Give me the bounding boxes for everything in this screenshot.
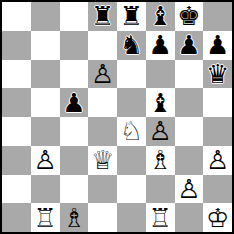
square-e2[interactable] bbox=[117, 175, 146, 204]
piece-white-king[interactable]: ♔ bbox=[206, 205, 229, 231]
square-c6[interactable] bbox=[60, 60, 89, 89]
square-f5[interactable]: ♝ bbox=[146, 88, 175, 117]
square-e4[interactable]: ♘ bbox=[117, 117, 146, 146]
square-h2[interactable] bbox=[203, 175, 232, 204]
square-b8[interactable] bbox=[31, 2, 60, 31]
square-a6[interactable] bbox=[2, 60, 31, 89]
square-h3[interactable]: ♙ bbox=[203, 146, 232, 175]
square-h4[interactable] bbox=[203, 117, 232, 146]
square-d7[interactable] bbox=[88, 31, 117, 60]
square-f4[interactable]: ♙ bbox=[146, 117, 175, 146]
square-f7[interactable]: ♟ bbox=[146, 31, 175, 60]
piece-white-bishop[interactable]: ♗ bbox=[62, 205, 85, 231]
square-b2[interactable] bbox=[31, 175, 60, 204]
square-e7[interactable]: ♞ bbox=[117, 31, 146, 60]
piece-black-king[interactable]: ♚ bbox=[177, 3, 200, 29]
square-h8[interactable] bbox=[203, 2, 232, 31]
square-b7[interactable] bbox=[31, 31, 60, 60]
chess-board: ♜♜♝♚♞♟♟♟♙♛♟♝♘♙♙♕♗♙♙♖♗♖♔ bbox=[0, 0, 234, 234]
piece-white-pawn[interactable]: ♙ bbox=[177, 176, 200, 202]
square-c7[interactable] bbox=[60, 31, 89, 60]
square-f3[interactable]: ♗ bbox=[146, 146, 175, 175]
square-d4[interactable] bbox=[88, 117, 117, 146]
square-g6[interactable] bbox=[175, 60, 204, 89]
square-a8[interactable] bbox=[2, 2, 31, 31]
piece-white-bishop[interactable]: ♗ bbox=[148, 147, 171, 173]
square-a4[interactable] bbox=[2, 117, 31, 146]
square-g8[interactable]: ♚ bbox=[175, 2, 204, 31]
piece-white-pawn[interactable]: ♙ bbox=[91, 61, 114, 87]
square-g2[interactable]: ♙ bbox=[175, 175, 204, 204]
square-d2[interactable] bbox=[88, 175, 117, 204]
piece-white-knight[interactable]: ♘ bbox=[120, 118, 143, 144]
square-e3[interactable] bbox=[117, 146, 146, 175]
piece-white-rook[interactable]: ♖ bbox=[148, 205, 171, 231]
square-a1[interactable] bbox=[2, 203, 31, 232]
piece-black-queen[interactable]: ♛ bbox=[206, 61, 229, 87]
square-a5[interactable] bbox=[2, 88, 31, 117]
square-f6[interactable] bbox=[146, 60, 175, 89]
square-a7[interactable] bbox=[2, 31, 31, 60]
square-d5[interactable] bbox=[88, 88, 117, 117]
square-g1[interactable] bbox=[175, 203, 204, 232]
square-g3[interactable] bbox=[175, 146, 204, 175]
square-e8[interactable]: ♜ bbox=[117, 2, 146, 31]
piece-black-rook[interactable]: ♜ bbox=[120, 3, 143, 29]
piece-black-knight[interactable]: ♞ bbox=[120, 32, 143, 58]
piece-white-pawn[interactable]: ♙ bbox=[206, 147, 229, 173]
square-d6[interactable]: ♙ bbox=[88, 60, 117, 89]
square-f1[interactable]: ♖ bbox=[146, 203, 175, 232]
square-b6[interactable] bbox=[31, 60, 60, 89]
square-f8[interactable]: ♝ bbox=[146, 2, 175, 31]
piece-black-pawn[interactable]: ♟ bbox=[177, 32, 200, 58]
piece-black-rook[interactable]: ♜ bbox=[91, 3, 114, 29]
square-d1[interactable] bbox=[88, 203, 117, 232]
square-h1[interactable]: ♔ bbox=[203, 203, 232, 232]
square-b3[interactable]: ♙ bbox=[31, 146, 60, 175]
square-e6[interactable] bbox=[117, 60, 146, 89]
square-c2[interactable] bbox=[60, 175, 89, 204]
piece-black-pawn[interactable]: ♟ bbox=[62, 90, 85, 116]
square-e1[interactable] bbox=[117, 203, 146, 232]
square-c5[interactable]: ♟ bbox=[60, 88, 89, 117]
square-c8[interactable] bbox=[60, 2, 89, 31]
square-a3[interactable] bbox=[2, 146, 31, 175]
square-f2[interactable] bbox=[146, 175, 175, 204]
square-b5[interactable] bbox=[31, 88, 60, 117]
square-a2[interactable] bbox=[2, 175, 31, 204]
square-e5[interactable] bbox=[117, 88, 146, 117]
piece-white-queen[interactable]: ♕ bbox=[91, 147, 114, 173]
square-d8[interactable]: ♜ bbox=[88, 2, 117, 31]
piece-white-rook[interactable]: ♖ bbox=[33, 205, 56, 231]
square-g5[interactable] bbox=[175, 88, 204, 117]
square-c3[interactable] bbox=[60, 146, 89, 175]
square-g4[interactable] bbox=[175, 117, 204, 146]
piece-black-pawn[interactable]: ♟ bbox=[148, 32, 171, 58]
piece-white-pawn[interactable]: ♙ bbox=[33, 147, 56, 173]
piece-black-bishop[interactable]: ♝ bbox=[148, 3, 171, 29]
piece-black-bishop[interactable]: ♝ bbox=[148, 90, 171, 116]
square-d3[interactable]: ♕ bbox=[88, 146, 117, 175]
square-b1[interactable]: ♖ bbox=[31, 203, 60, 232]
square-b4[interactable] bbox=[31, 117, 60, 146]
square-g7[interactable]: ♟ bbox=[175, 31, 204, 60]
square-c4[interactable] bbox=[60, 117, 89, 146]
square-h7[interactable]: ♟ bbox=[203, 31, 232, 60]
square-h6[interactable]: ♛ bbox=[203, 60, 232, 89]
square-c1[interactable]: ♗ bbox=[60, 203, 89, 232]
piece-white-pawn[interactable]: ♙ bbox=[148, 118, 171, 144]
square-h5[interactable] bbox=[203, 88, 232, 117]
piece-black-pawn[interactable]: ♟ bbox=[206, 32, 229, 58]
